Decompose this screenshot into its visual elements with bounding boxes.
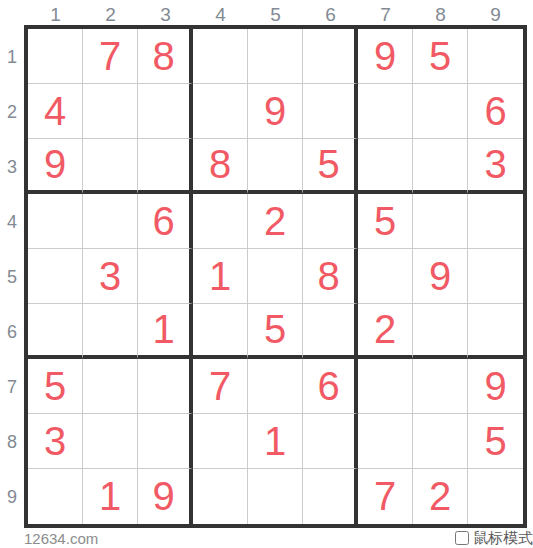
cell-r5c2[interactable]: 3 bbox=[83, 249, 138, 304]
cell-r6c1[interactable] bbox=[28, 304, 83, 359]
cell-r3c8[interactable] bbox=[413, 139, 468, 194]
mouse-mode-label: 鼠标模式 bbox=[473, 529, 533, 548]
cell-r3c6[interactable]: 5 bbox=[303, 139, 358, 194]
cell-r2c4[interactable] bbox=[193, 84, 248, 139]
cell-r4c4[interactable] bbox=[193, 194, 248, 249]
cell-r3c7[interactable] bbox=[358, 139, 413, 194]
cell-r3c2[interactable] bbox=[83, 139, 138, 194]
cell-r5c3[interactable] bbox=[138, 249, 193, 304]
cell-r9c9[interactable] bbox=[468, 469, 523, 524]
cell-r3c5[interactable] bbox=[248, 139, 303, 194]
cell-r1c1[interactable] bbox=[28, 29, 83, 84]
mouse-mode-checkbox[interactable] bbox=[455, 531, 469, 545]
cell-r4c8[interactable] bbox=[413, 194, 468, 249]
col-label-8: 8 bbox=[413, 0, 468, 25]
cell-r3c3[interactable] bbox=[138, 139, 193, 194]
mouse-mode-toggle[interactable]: 鼠标模式 bbox=[455, 529, 533, 548]
cell-r2c1[interactable]: 4 bbox=[28, 84, 83, 139]
cell-r2c6[interactable] bbox=[303, 84, 358, 139]
cell-r1c8[interactable]: 5 bbox=[413, 29, 468, 84]
col-label-2: 2 bbox=[83, 0, 138, 25]
cell-r4c1[interactable] bbox=[28, 194, 83, 249]
cell-r2c9[interactable]: 6 bbox=[468, 84, 523, 139]
cell-r8c3[interactable] bbox=[138, 414, 193, 469]
cell-r3c4[interactable]: 8 bbox=[193, 139, 248, 194]
cell-r1c5[interactable] bbox=[248, 29, 303, 84]
row-label-4: 4 bbox=[0, 194, 24, 249]
cell-r8c6[interactable] bbox=[303, 414, 358, 469]
cell-r4c6[interactable] bbox=[303, 194, 358, 249]
cell-r9c7[interactable]: 7 bbox=[358, 469, 413, 524]
cell-r5c5[interactable] bbox=[248, 249, 303, 304]
col-label-9: 9 bbox=[468, 0, 523, 25]
cell-r8c5[interactable]: 1 bbox=[248, 414, 303, 469]
cell-r3c1[interactable]: 9 bbox=[28, 139, 83, 194]
cell-r5c4[interactable]: 1 bbox=[193, 249, 248, 304]
cell-r7c1[interactable]: 5 bbox=[28, 359, 83, 414]
cell-r2c5[interactable]: 9 bbox=[248, 84, 303, 139]
cell-r8c2[interactable] bbox=[83, 414, 138, 469]
cell-r1c3[interactable]: 8 bbox=[138, 29, 193, 84]
row-label-5: 5 bbox=[0, 249, 24, 304]
cell-r9c3[interactable]: 9 bbox=[138, 469, 193, 524]
cell-r4c9[interactable] bbox=[468, 194, 523, 249]
cell-r6c2[interactable] bbox=[83, 304, 138, 359]
cell-r9c6[interactable] bbox=[303, 469, 358, 524]
cell-r6c7[interactable]: 2 bbox=[358, 304, 413, 359]
cell-r9c2[interactable]: 1 bbox=[83, 469, 138, 524]
cell-r2c3[interactable] bbox=[138, 84, 193, 139]
cell-r7c4[interactable]: 7 bbox=[193, 359, 248, 414]
cell-r6c9[interactable] bbox=[468, 304, 523, 359]
cell-r7c8[interactable] bbox=[413, 359, 468, 414]
cell-r4c3[interactable]: 6 bbox=[138, 194, 193, 249]
col-label-3: 3 bbox=[138, 0, 193, 25]
cell-r2c8[interactable] bbox=[413, 84, 468, 139]
row-label-9: 9 bbox=[0, 469, 24, 524]
sudoku-board: 78954969853625318915257693151972 bbox=[24, 25, 527, 528]
col-label-6: 6 bbox=[303, 0, 358, 25]
footer: 12634.com 鼠标模式 bbox=[24, 528, 533, 548]
col-label-5: 5 bbox=[248, 0, 303, 25]
row-label-2: 2 bbox=[0, 84, 24, 139]
cell-r7c2[interactable] bbox=[83, 359, 138, 414]
cell-r4c2[interactable] bbox=[83, 194, 138, 249]
row-labels: 123456789 bbox=[0, 29, 24, 524]
cell-r4c7[interactable]: 5 bbox=[358, 194, 413, 249]
cell-r8c7[interactable] bbox=[358, 414, 413, 469]
cell-r7c5[interactable] bbox=[248, 359, 303, 414]
cell-r5c7[interactable] bbox=[358, 249, 413, 304]
cell-r2c7[interactable] bbox=[358, 84, 413, 139]
cell-r4c5[interactable]: 2 bbox=[248, 194, 303, 249]
cell-r9c5[interactable] bbox=[248, 469, 303, 524]
cell-r7c9[interactable]: 9 bbox=[468, 359, 523, 414]
cell-r5c9[interactable] bbox=[468, 249, 523, 304]
cell-r8c9[interactable]: 5 bbox=[468, 414, 523, 469]
column-labels: 123456789 bbox=[28, 0, 523, 25]
row-label-1: 1 bbox=[0, 29, 24, 84]
cell-r9c8[interactable]: 2 bbox=[413, 469, 468, 524]
cell-r9c4[interactable] bbox=[193, 469, 248, 524]
cell-r8c1[interactable]: 3 bbox=[28, 414, 83, 469]
cell-r5c1[interactable] bbox=[28, 249, 83, 304]
cell-r5c6[interactable]: 8 bbox=[303, 249, 358, 304]
cell-r6c8[interactable] bbox=[413, 304, 468, 359]
col-label-7: 7 bbox=[358, 0, 413, 25]
cell-r9c1[interactable] bbox=[28, 469, 83, 524]
cell-r8c8[interactable] bbox=[413, 414, 468, 469]
col-label-1: 1 bbox=[28, 0, 83, 25]
sudoku-page: 123456789 123456789 78954969853625318915… bbox=[0, 0, 533, 548]
row-label-6: 6 bbox=[0, 304, 24, 359]
cell-r5c8[interactable]: 9 bbox=[413, 249, 468, 304]
cell-r2c2[interactable] bbox=[83, 84, 138, 139]
cell-r3c9[interactable]: 3 bbox=[468, 139, 523, 194]
cell-r1c9[interactable] bbox=[468, 29, 523, 84]
site-text: 12634.com bbox=[24, 530, 98, 547]
cell-r1c7[interactable]: 9 bbox=[358, 29, 413, 84]
row-label-7: 7 bbox=[0, 359, 24, 414]
cell-r6c5[interactable]: 5 bbox=[248, 304, 303, 359]
cell-r1c6[interactable] bbox=[303, 29, 358, 84]
cell-r7c6[interactable]: 6 bbox=[303, 359, 358, 414]
cell-r6c6[interactable] bbox=[303, 304, 358, 359]
cell-r7c7[interactable] bbox=[358, 359, 413, 414]
cell-r8c4[interactable] bbox=[193, 414, 248, 469]
cell-r7c3[interactable] bbox=[138, 359, 193, 414]
cell-r1c2[interactable]: 7 bbox=[83, 29, 138, 84]
col-label-4: 4 bbox=[193, 0, 248, 25]
cell-r6c3[interactable]: 1 bbox=[138, 304, 193, 359]
cell-r6c4[interactable] bbox=[193, 304, 248, 359]
cell-r1c4[interactable] bbox=[193, 29, 248, 84]
row-label-3: 3 bbox=[0, 139, 24, 194]
row-label-8: 8 bbox=[0, 414, 24, 469]
